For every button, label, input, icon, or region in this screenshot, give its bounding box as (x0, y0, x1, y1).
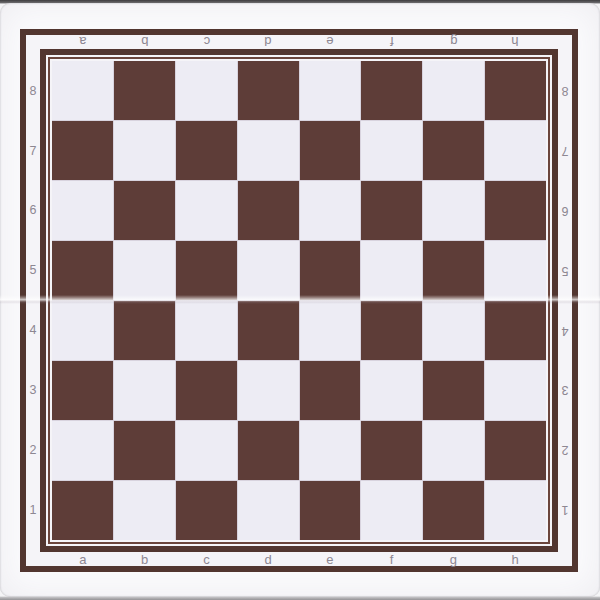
rank-label-right-5: 5 (558, 241, 572, 301)
file-label-bottom-h: h (484, 552, 546, 566)
file-label-top-g: g (423, 35, 485, 49)
file-label-bottom-a: a (52, 552, 114, 566)
square-a2[interactable] (52, 421, 113, 480)
square-c3[interactable] (176, 361, 237, 420)
rank-label-left-7: 7 (26, 121, 40, 181)
square-b6[interactable] (114, 181, 175, 240)
square-h3[interactable] (485, 361, 546, 420)
square-e5[interactable] (300, 241, 361, 300)
file-label-top-f: f (361, 35, 423, 49)
square-g5[interactable] (423, 241, 484, 300)
file-label-top-a: a (52, 35, 114, 49)
square-e7[interactable] (300, 121, 361, 180)
square-a6[interactable] (52, 181, 113, 240)
file-label-top-h: h (484, 35, 546, 49)
square-g6[interactable] (423, 181, 484, 240)
square-a1[interactable] (52, 481, 113, 540)
rank-label-right-4: 4 (558, 301, 572, 361)
file-label-bottom-b: b (114, 552, 176, 566)
square-g7[interactable] (423, 121, 484, 180)
square-a4[interactable] (52, 301, 113, 360)
square-b3[interactable] (114, 361, 175, 420)
square-e1[interactable] (300, 481, 361, 540)
rank-label-right-2: 2 (558, 420, 572, 480)
square-e8[interactable] (300, 61, 361, 120)
square-e6[interactable] (300, 181, 361, 240)
square-a7[interactable] (52, 121, 113, 180)
square-b4[interactable] (114, 301, 175, 360)
square-d4[interactable] (238, 301, 299, 360)
file-label-top-d: d (237, 35, 299, 49)
square-c7[interactable] (176, 121, 237, 180)
square-e3[interactable] (300, 361, 361, 420)
square-h8[interactable] (485, 61, 546, 120)
square-d5[interactable] (238, 241, 299, 300)
square-b8[interactable] (114, 61, 175, 120)
square-a5[interactable] (52, 241, 113, 300)
rank-label-left-8: 8 (26, 61, 40, 121)
rank-labels-left: 87654321 (26, 61, 40, 540)
rank-label-left-1: 1 (26, 480, 40, 540)
square-d7[interactable] (238, 121, 299, 180)
square-g8[interactable] (423, 61, 484, 120)
rank-label-left-6: 6 (26, 181, 40, 241)
file-label-top-c: c (176, 35, 238, 49)
board-grid (52, 61, 546, 540)
file-label-bottom-e: e (299, 552, 361, 566)
square-d2[interactable] (238, 421, 299, 480)
rank-label-right-1: 1 (558, 480, 572, 540)
square-b2[interactable] (114, 421, 175, 480)
square-h1[interactable] (485, 481, 546, 540)
square-f2[interactable] (361, 421, 422, 480)
square-h7[interactable] (485, 121, 546, 180)
square-a8[interactable] (52, 61, 113, 120)
square-g4[interactable] (423, 301, 484, 360)
file-labels-bottom: abcdefgh (52, 552, 546, 566)
rank-label-right-3: 3 (558, 360, 572, 420)
square-c2[interactable] (176, 421, 237, 480)
square-d8[interactable] (238, 61, 299, 120)
file-labels-top: abcdefgh (52, 35, 546, 49)
rank-label-left-3: 3 (26, 360, 40, 420)
file-label-top-b: b (114, 35, 176, 49)
file-label-bottom-f: f (361, 552, 423, 566)
square-f6[interactable] (361, 181, 422, 240)
square-b1[interactable] (114, 481, 175, 540)
square-a3[interactable] (52, 361, 113, 420)
square-f3[interactable] (361, 361, 422, 420)
board-photo: abcdefgh abcdefgh 87654321 87654321 (0, 0, 600, 600)
square-f8[interactable] (361, 61, 422, 120)
square-g1[interactable] (423, 481, 484, 540)
square-d3[interactable] (238, 361, 299, 420)
square-b5[interactable] (114, 241, 175, 300)
square-c5[interactable] (176, 241, 237, 300)
file-label-bottom-d: d (237, 552, 299, 566)
file-label-top-e: e (299, 35, 361, 49)
rank-label-left-4: 4 (26, 301, 40, 361)
rank-label-right-7: 7 (558, 121, 572, 181)
square-d1[interactable] (238, 481, 299, 540)
rank-label-right-8: 8 (558, 61, 572, 121)
rank-labels-right: 87654321 (558, 61, 572, 540)
square-h2[interactable] (485, 421, 546, 480)
square-f4[interactable] (361, 301, 422, 360)
square-d6[interactable] (238, 181, 299, 240)
vinyl-board-sheet: abcdefgh abcdefgh 87654321 87654321 (0, 3, 600, 597)
square-f5[interactable] (361, 241, 422, 300)
square-h4[interactable] (485, 301, 546, 360)
rank-label-right-6: 6 (558, 181, 572, 241)
file-label-bottom-c: c (176, 552, 238, 566)
rank-label-left-5: 5 (26, 241, 40, 301)
square-g3[interactable] (423, 361, 484, 420)
square-h6[interactable] (485, 181, 546, 240)
square-b7[interactable] (114, 121, 175, 180)
square-f7[interactable] (361, 121, 422, 180)
square-c8[interactable] (176, 61, 237, 120)
square-c4[interactable] (176, 301, 237, 360)
photo-bottom-edge (0, 596, 600, 600)
square-e2[interactable] (300, 421, 361, 480)
board-mat: abcdefgh abcdefgh 87654321 87654321 (20, 29, 578, 572)
square-e4[interactable] (300, 301, 361, 360)
square-c1[interactable] (176, 481, 237, 540)
square-f1[interactable] (361, 481, 422, 540)
square-g2[interactable] (423, 421, 484, 480)
rank-label-left-2: 2 (26, 420, 40, 480)
square-h5[interactable] (485, 241, 546, 300)
square-c6[interactable] (176, 181, 237, 240)
file-label-bottom-g: g (423, 552, 485, 566)
